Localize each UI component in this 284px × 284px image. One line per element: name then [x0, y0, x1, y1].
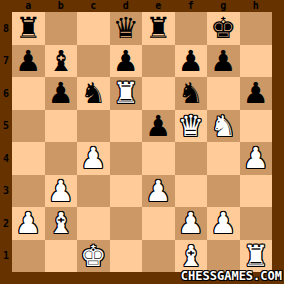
file-label-g: g: [207, 0, 240, 12]
rank-label-4: 4: [0, 142, 12, 175]
white-pawn: ♟: [48, 175, 74, 207]
square-e4[interactable]: [142, 142, 175, 175]
square-g5[interactable]: ♞: [207, 110, 240, 143]
square-e5[interactable]: ♟: [142, 110, 175, 143]
square-f4[interactable]: [175, 142, 208, 175]
square-g6[interactable]: [207, 77, 240, 110]
square-f2[interactable]: ♟: [175, 207, 208, 240]
white-king: ♚: [80, 240, 106, 272]
square-f5[interactable]: ♛: [175, 110, 208, 143]
square-c5[interactable]: [77, 110, 110, 143]
file-label-b: b: [45, 0, 78, 12]
white-queen: ♛: [178, 110, 204, 142]
square-a4[interactable]: [12, 142, 45, 175]
file-labels: abcdefgh: [12, 0, 272, 12]
square-h7[interactable]: [240, 45, 273, 78]
white-pawn: ♟: [210, 207, 236, 239]
chess-board: ♜♛♜♚♟♝♟♟♟♟♞♜♞♟♟♛♞♟♟♟♟♟♝♟♟♚♝♜: [12, 12, 272, 272]
black-bishop: ♝: [48, 45, 74, 77]
square-c8[interactable]: [77, 12, 110, 45]
rank-label-7: 7: [0, 45, 12, 78]
square-g2[interactable]: ♟: [207, 207, 240, 240]
square-b2[interactable]: ♝: [45, 207, 78, 240]
square-d7[interactable]: ♟: [110, 45, 143, 78]
square-a1[interactable]: [12, 240, 45, 273]
square-e6[interactable]: [142, 77, 175, 110]
square-c2[interactable]: [77, 207, 110, 240]
square-d8[interactable]: ♛: [110, 12, 143, 45]
square-e1[interactable]: [142, 240, 175, 273]
black-pawn: ♟: [113, 45, 139, 77]
square-e7[interactable]: [142, 45, 175, 78]
square-a3[interactable]: [12, 175, 45, 208]
square-a5[interactable]: [12, 110, 45, 143]
square-g4[interactable]: [207, 142, 240, 175]
square-d6[interactable]: ♜: [110, 77, 143, 110]
square-b6[interactable]: ♟: [45, 77, 78, 110]
square-g3[interactable]: [207, 175, 240, 208]
white-bishop: ♝: [178, 240, 204, 272]
square-d1[interactable]: [110, 240, 143, 273]
file-label-e: e: [142, 0, 175, 12]
square-a2[interactable]: ♟: [12, 207, 45, 240]
square-a8[interactable]: ♜: [12, 12, 45, 45]
black-pawn: ♟: [178, 45, 204, 77]
square-a6[interactable]: [12, 77, 45, 110]
square-d4[interactable]: [110, 142, 143, 175]
square-b7[interactable]: ♝: [45, 45, 78, 78]
square-d2[interactable]: [110, 207, 143, 240]
black-pawn: ♟: [48, 77, 74, 109]
square-c7[interactable]: [77, 45, 110, 78]
file-label-d: d: [110, 0, 143, 12]
square-e2[interactable]: [142, 207, 175, 240]
square-h6[interactable]: ♟: [240, 77, 273, 110]
white-pawn: ♟: [243, 142, 269, 174]
black-rook: ♜: [145, 12, 171, 44]
file-label-h: h: [240, 0, 273, 12]
square-h1[interactable]: ♜: [240, 240, 273, 273]
white-pawn: ♟: [145, 175, 171, 207]
square-c4[interactable]: ♟: [77, 142, 110, 175]
rank-label-6: 6: [0, 77, 12, 110]
file-label-f: f: [175, 0, 208, 12]
rank-label-8: 8: [0, 12, 12, 45]
square-b1[interactable]: [45, 240, 78, 273]
black-pawn: ♟: [243, 77, 269, 109]
black-knight: ♞: [80, 77, 106, 109]
square-b5[interactable]: [45, 110, 78, 143]
board-frame: abcdefgh 87654321 ♜♛♜♚♟♝♟♟♟♟♞♜♞♟♟♛♞♟♟♟♟♟…: [0, 0, 284, 284]
black-pawn: ♟: [210, 45, 236, 77]
square-f7[interactable]: ♟: [175, 45, 208, 78]
white-pawn: ♟: [80, 142, 106, 174]
rank-label-3: 3: [0, 175, 12, 208]
square-d5[interactable]: [110, 110, 143, 143]
square-f1[interactable]: ♝: [175, 240, 208, 273]
square-g1[interactable]: [207, 240, 240, 273]
white-pawn: ♟: [178, 207, 204, 239]
square-g8[interactable]: ♚: [207, 12, 240, 45]
square-h2[interactable]: [240, 207, 273, 240]
rank-label-2: 2: [0, 207, 12, 240]
square-b4[interactable]: [45, 142, 78, 175]
square-f8[interactable]: [175, 12, 208, 45]
square-h8[interactable]: [240, 12, 273, 45]
square-b8[interactable]: [45, 12, 78, 45]
square-h3[interactable]: [240, 175, 273, 208]
white-pawn: ♟: [15, 207, 41, 239]
square-h5[interactable]: [240, 110, 273, 143]
black-pawn: ♟: [15, 45, 41, 77]
site-watermark: CHESSGAMES.COM: [181, 269, 282, 283]
square-e8[interactable]: ♜: [142, 12, 175, 45]
square-d3[interactable]: [110, 175, 143, 208]
black-rook: ♜: [15, 12, 41, 44]
black-pawn: ♟: [145, 110, 171, 142]
white-bishop: ♝: [48, 207, 74, 239]
white-knight: ♞: [210, 110, 236, 142]
square-c3[interactable]: [77, 175, 110, 208]
square-h4[interactable]: ♟: [240, 142, 273, 175]
square-g7[interactable]: ♟: [207, 45, 240, 78]
white-rook: ♜: [113, 77, 139, 109]
square-f6[interactable]: ♞: [175, 77, 208, 110]
square-e3[interactable]: ♟: [142, 175, 175, 208]
square-c1[interactable]: ♚: [77, 240, 110, 273]
rank-label-5: 5: [0, 110, 12, 143]
square-b3[interactable]: ♟: [45, 175, 78, 208]
file-label-a: a: [12, 0, 45, 12]
black-knight: ♞: [178, 77, 204, 109]
square-c6[interactable]: ♞: [77, 77, 110, 110]
rank-label-1: 1: [0, 240, 12, 273]
black-queen: ♛: [113, 12, 139, 44]
square-f3[interactable]: [175, 175, 208, 208]
rank-labels: 87654321: [0, 12, 12, 272]
file-label-c: c: [77, 0, 110, 12]
white-rook: ♜: [243, 240, 269, 272]
black-king: ♚: [210, 12, 236, 44]
square-a7[interactable]: ♟: [12, 45, 45, 78]
